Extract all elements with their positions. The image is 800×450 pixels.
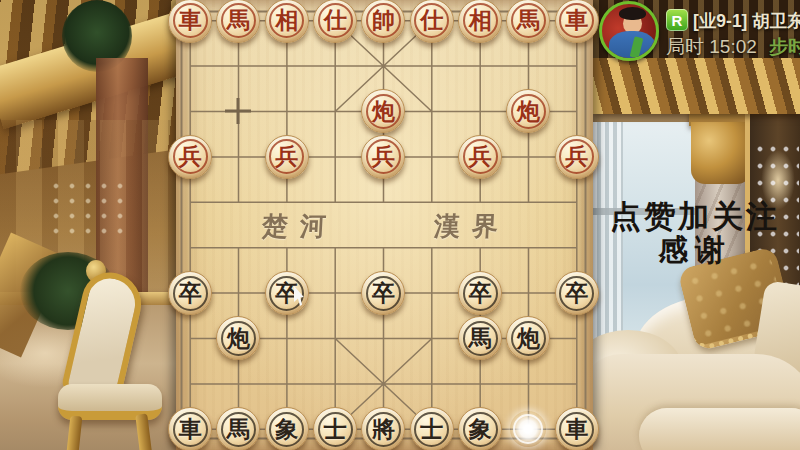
board-point-cross-marker xyxy=(225,98,251,124)
piece-character: 卒 xyxy=(372,281,395,304)
piece-red-advisor[interactable]: 仕 xyxy=(313,0,357,43)
piece-black-cannon[interactable]: 炮 xyxy=(506,316,550,360)
piece-black-elephant[interactable]: 象 xyxy=(265,407,309,450)
piece-character: 車 xyxy=(179,8,202,31)
chandelier-sparkle-left xyxy=(48,178,128,238)
piece-character: 相 xyxy=(469,8,492,31)
gold-chair xyxy=(52,258,170,450)
piece-black-horse[interactable]: 馬 xyxy=(216,407,260,450)
like-follow-caption: 点赞加关注 感谢 xyxy=(592,199,798,266)
xiangqi-board[interactable]: 楚河 漢界 車馬相仕帥仕相馬車炮炮兵兵兵兵兵卒卒卒卒卒炮馬炮車馬象士將士象車 xyxy=(176,0,593,450)
piece-black-general[interactable]: 將 xyxy=(361,407,405,450)
pieces-grid: 車馬相仕帥仕相馬車炮炮兵兵兵兵兵卒卒卒卒卒炮馬炮車馬象士將士象車 xyxy=(166,0,601,450)
caption-line1: 点赞加关注 xyxy=(592,199,798,233)
move-time-label: 步时 xyxy=(769,34,800,60)
piece-character: 兵 xyxy=(179,144,202,167)
piece-character: 炮 xyxy=(517,326,540,349)
streamer-avatar[interactable] xyxy=(599,1,659,61)
chair-back xyxy=(61,267,148,403)
piece-character: 兵 xyxy=(469,144,492,167)
piece-character: 仕 xyxy=(420,8,443,31)
gold-column-capital xyxy=(691,122,751,184)
piece-character: 炮 xyxy=(372,99,395,122)
piece-character: 炮 xyxy=(227,326,250,349)
piece-red-soldier[interactable]: 兵 xyxy=(168,135,212,179)
piece-red-elephant[interactable]: 相 xyxy=(265,0,309,43)
piece-red-horse[interactable]: 馬 xyxy=(506,0,550,43)
piece-red-elephant[interactable]: 相 xyxy=(458,0,502,43)
piece-red-general[interactable]: 帥 xyxy=(361,0,405,43)
piece-black-soldier[interactable]: 卒 xyxy=(168,271,212,315)
avatar-hair xyxy=(619,7,646,20)
piece-character: 象 xyxy=(275,417,298,440)
piece-red-cannon[interactable]: 炮 xyxy=(361,89,405,133)
piece-character: 兵 xyxy=(275,144,298,167)
piece-character: 馬 xyxy=(227,8,250,31)
piece-black-chariot[interactable]: 車 xyxy=(555,407,599,450)
player-title: [业9-1] 胡卫东 xyxy=(693,9,800,33)
game-time: 局时 15:02 xyxy=(666,34,757,60)
piece-red-chariot[interactable]: 車 xyxy=(555,0,599,43)
piece-character: 將 xyxy=(372,417,395,440)
piece-black-soldier[interactable]: 卒 xyxy=(555,271,599,315)
last-move-origin-marker xyxy=(510,411,546,447)
piece-character: 兵 xyxy=(372,144,395,167)
white-sofa xyxy=(593,290,800,450)
piece-red-soldier[interactable]: 兵 xyxy=(555,135,599,179)
stream-frame: 楚河 漢界 車馬相仕帥仕相馬車炮炮兵兵兵兵兵卒卒卒卒卒炮馬炮車馬象士將士象車 R… xyxy=(0,0,800,450)
sofa-roll-cushion xyxy=(639,408,800,450)
piece-black-soldier[interactable]: 卒 xyxy=(458,271,502,315)
piece-black-advisor[interactable]: 士 xyxy=(410,407,454,450)
gold-cornice xyxy=(593,56,800,114)
piece-character: 相 xyxy=(275,8,298,31)
piece-character: 卒 xyxy=(469,281,492,304)
piece-black-advisor[interactable]: 士 xyxy=(313,407,357,450)
piece-character: 兵 xyxy=(565,144,588,167)
piece-character: 士 xyxy=(324,417,347,440)
piece-black-soldier[interactable]: 卒 xyxy=(361,271,405,315)
piece-black-elephant[interactable]: 象 xyxy=(458,407,502,450)
piece-character: 炮 xyxy=(517,99,540,122)
piece-red-cannon[interactable]: 炮 xyxy=(506,89,550,133)
piece-character: 卒 xyxy=(565,281,588,304)
piece-red-soldier[interactable]: 兵 xyxy=(361,135,405,179)
piece-black-cannon[interactable]: 炮 xyxy=(216,316,260,360)
piece-character: 仕 xyxy=(324,8,347,31)
piece-character: 帥 xyxy=(372,8,395,31)
piece-red-chariot[interactable]: 車 xyxy=(168,0,212,43)
piece-black-soldier[interactable]: 卒 xyxy=(265,271,309,315)
piece-character: 馬 xyxy=(517,8,540,31)
piece-character: 卒 xyxy=(179,281,202,304)
piece-character: 馬 xyxy=(227,417,250,440)
chair-leg xyxy=(66,415,83,450)
piece-character: 馬 xyxy=(469,326,492,349)
piece-character: 車 xyxy=(565,8,588,31)
piece-red-advisor[interactable]: 仕 xyxy=(410,0,454,43)
rank-badge-icon: R xyxy=(666,9,688,31)
piece-red-soldier[interactable]: 兵 xyxy=(458,135,502,179)
caption-line2: 感谢 xyxy=(592,233,798,266)
piece-character: 象 xyxy=(469,417,492,440)
piece-character: 士 xyxy=(420,417,443,440)
piece-character: 車 xyxy=(179,417,202,440)
background-left-room xyxy=(0,0,176,450)
piece-character: 車 xyxy=(565,417,588,440)
piece-black-chariot[interactable]: 車 xyxy=(168,407,212,450)
piece-red-horse[interactable]: 馬 xyxy=(216,0,260,43)
piece-red-soldier[interactable]: 兵 xyxy=(265,135,309,179)
piece-black-horse[interactable]: 馬 xyxy=(458,316,502,360)
